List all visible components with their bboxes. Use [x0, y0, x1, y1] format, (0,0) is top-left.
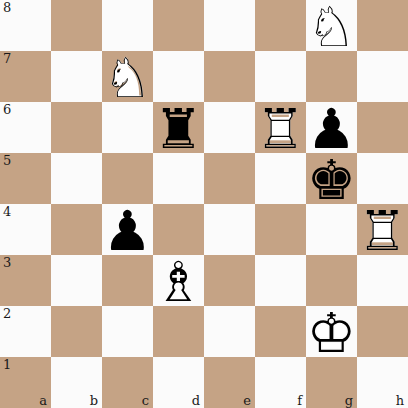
rank-label-6: 6 — [3, 102, 11, 118]
square-c7[interactable]: ♞♘ — [102, 51, 153, 102]
rank-label-8: 8 — [3, 0, 11, 16]
piece-white-king-g2[interactable]: ♚♔ — [306, 306, 357, 357]
black-rook-glyph: ♜ — [154, 101, 203, 156]
chess-board: 8♞♘7♞♘6♜♜♖♟5♚4♟♜♖3♝♗2♚♔1abcdefgh — [0, 0, 408, 408]
square-b5[interactable] — [51, 153, 102, 204]
square-f4[interactable] — [255, 204, 306, 255]
square-f5[interactable] — [255, 153, 306, 204]
square-g8[interactable]: ♞♘ — [306, 0, 357, 51]
square-c5[interactable] — [102, 153, 153, 204]
square-f6[interactable]: ♜♖ — [255, 102, 306, 153]
square-d7[interactable] — [153, 51, 204, 102]
square-h6[interactable] — [357, 102, 408, 153]
square-c8[interactable] — [102, 0, 153, 51]
square-e5[interactable] — [204, 153, 255, 204]
file-label-g: g — [345, 393, 353, 408]
square-b2[interactable] — [51, 306, 102, 357]
file-label-f: f — [297, 393, 302, 408]
file-label-a: a — [39, 393, 47, 408]
file-label-b: b — [90, 393, 98, 408]
square-h4[interactable]: ♜♖ — [357, 204, 408, 255]
piece-white-rook-f6[interactable]: ♜♖ — [255, 102, 306, 153]
rank-label-7: 7 — [3, 51, 11, 67]
square-a1[interactable]: 1a — [0, 357, 51, 408]
black-pawn-glyph: ♟ — [103, 203, 152, 258]
square-f7[interactable] — [255, 51, 306, 102]
file-label-e: e — [243, 393, 251, 408]
square-a8[interactable]: 8 — [0, 0, 51, 51]
rank-label-1: 1 — [3, 357, 11, 373]
square-d8[interactable] — [153, 0, 204, 51]
square-e1[interactable]: e — [204, 357, 255, 408]
piece-black-pawn-c4[interactable]: ♟ — [102, 204, 153, 255]
file-label-c: c — [142, 393, 149, 408]
rank-label-4: 4 — [3, 204, 11, 220]
white-knight-outline-glyph: ♘ — [103, 50, 152, 105]
square-d1[interactable]: d — [153, 357, 204, 408]
square-g5[interactable]: ♚ — [306, 153, 357, 204]
square-d3[interactable]: ♝♗ — [153, 255, 204, 306]
rank-label-5: 5 — [3, 153, 11, 169]
square-f1[interactable]: f — [255, 357, 306, 408]
square-h3[interactable] — [357, 255, 408, 306]
piece-white-rook-h4[interactable]: ♜♖ — [357, 204, 408, 255]
square-e8[interactable] — [204, 0, 255, 51]
square-a4[interactable]: 4 — [0, 204, 51, 255]
square-d4[interactable] — [153, 204, 204, 255]
square-g3[interactable] — [306, 255, 357, 306]
square-g6[interactable]: ♟ — [306, 102, 357, 153]
square-d2[interactable] — [153, 306, 204, 357]
square-e2[interactable] — [204, 306, 255, 357]
square-b3[interactable] — [51, 255, 102, 306]
square-b8[interactable] — [51, 0, 102, 51]
square-f8[interactable] — [255, 0, 306, 51]
square-c2[interactable] — [102, 306, 153, 357]
piece-white-knight-c7[interactable]: ♞♘ — [102, 51, 153, 102]
square-e4[interactable] — [204, 204, 255, 255]
file-label-d: d — [192, 393, 200, 408]
square-d5[interactable] — [153, 153, 204, 204]
square-g7[interactable] — [306, 51, 357, 102]
square-g2[interactable]: ♚♔ — [306, 306, 357, 357]
square-c4[interactable]: ♟ — [102, 204, 153, 255]
piece-black-pawn-g6[interactable]: ♟ — [306, 102, 357, 153]
square-h1[interactable]: h — [357, 357, 408, 408]
white-rook-outline-glyph: ♖ — [256, 101, 305, 156]
rank-label-3: 3 — [3, 255, 11, 271]
square-h2[interactable] — [357, 306, 408, 357]
square-a2[interactable]: 2 — [0, 306, 51, 357]
square-a5[interactable]: 5 — [0, 153, 51, 204]
square-c3[interactable] — [102, 255, 153, 306]
white-knight-outline-glyph: ♘ — [307, 0, 356, 54]
square-g4[interactable] — [306, 204, 357, 255]
white-rook-outline-glyph: ♖ — [358, 203, 407, 258]
square-e7[interactable] — [204, 51, 255, 102]
square-a3[interactable]: 3 — [0, 255, 51, 306]
square-h8[interactable] — [357, 0, 408, 51]
square-d6[interactable]: ♜ — [153, 102, 204, 153]
square-e3[interactable] — [204, 255, 255, 306]
square-a7[interactable]: 7 — [0, 51, 51, 102]
square-b4[interactable] — [51, 204, 102, 255]
piece-white-bishop-d3[interactable]: ♝♗ — [153, 255, 204, 306]
square-e6[interactable] — [204, 102, 255, 153]
square-b6[interactable] — [51, 102, 102, 153]
square-c6[interactable] — [102, 102, 153, 153]
piece-white-knight-g8[interactable]: ♞♘ — [306, 0, 357, 51]
square-h5[interactable] — [357, 153, 408, 204]
piece-black-rook-d6[interactable]: ♜ — [153, 102, 204, 153]
file-label-h: h — [396, 393, 404, 408]
white-king-outline-glyph: ♔ — [307, 305, 356, 360]
square-b1[interactable]: b — [51, 357, 102, 408]
square-h7[interactable] — [357, 51, 408, 102]
square-c1[interactable]: c — [102, 357, 153, 408]
square-a6[interactable]: 6 — [0, 102, 51, 153]
rank-label-2: 2 — [3, 306, 11, 322]
square-g1[interactable]: g — [306, 357, 357, 408]
white-bishop-outline-glyph: ♗ — [154, 254, 203, 309]
black-king-glyph: ♚ — [307, 152, 356, 207]
square-b7[interactable] — [51, 51, 102, 102]
square-f3[interactable] — [255, 255, 306, 306]
square-f2[interactable] — [255, 306, 306, 357]
piece-black-king-g5[interactable]: ♚ — [306, 153, 357, 204]
